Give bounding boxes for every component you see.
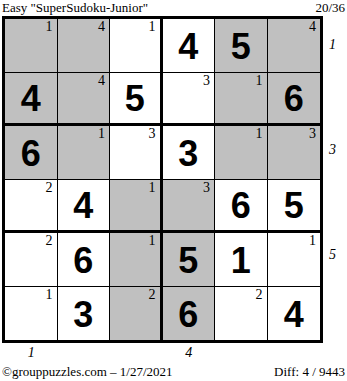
cell-r3c3[interactable]: 3 xyxy=(110,126,163,180)
cell-r2c5[interactable]: 1 xyxy=(215,73,268,127)
corner-mark: 1 xyxy=(149,233,156,248)
cell-r2c6[interactable]: 6 xyxy=(268,73,321,127)
cell-r5c3[interactable]: 1 xyxy=(110,233,163,287)
cell-r1c4[interactable]: 4 xyxy=(163,19,216,73)
given-digit: 5 xyxy=(284,188,304,224)
given-digit: 3 xyxy=(73,297,93,333)
puzzle-counter: 20/36 xyxy=(315,1,345,15)
footer-difficulty: Diff: 4 / 9443 xyxy=(274,365,345,379)
cell-r4c6[interactable]: 5 xyxy=(268,180,321,234)
cell-r1c5[interactable]: 5 xyxy=(215,19,268,73)
corner-mark: 2 xyxy=(46,233,53,248)
cell-r4c2[interactable]: 4 xyxy=(58,180,111,234)
row-label-3: 3 xyxy=(329,142,345,158)
corner-mark: 1 xyxy=(98,126,105,141)
cell-r6c2[interactable]: 3 xyxy=(58,287,111,341)
corner-mark: 3 xyxy=(203,73,210,88)
corner-mark: 4 xyxy=(98,19,105,34)
cell-r2c4[interactable]: 3 xyxy=(163,73,216,127)
given-digit: 6 xyxy=(73,243,93,279)
cell-r4c5[interactable]: 6 xyxy=(215,180,268,234)
corner-mark: 1 xyxy=(149,19,156,34)
cell-r5c6[interactable]: 1 xyxy=(268,233,321,287)
cell-r6c1[interactable]: 1 xyxy=(5,287,58,341)
corner-mark: 2 xyxy=(149,287,156,302)
cell-r5c4[interactable]: 5 xyxy=(163,233,216,287)
cell-r6c4[interactable]: 6 xyxy=(163,287,216,341)
footer: ©grouppuzzles.com – 1/27/2021 Diff: 4 / … xyxy=(2,365,345,379)
corner-mark: 1 xyxy=(149,180,156,195)
page-title: Easy "SuperSudoku-Junior" xyxy=(2,1,148,15)
corner-mark: 1 xyxy=(46,287,53,302)
given-digit: 5 xyxy=(231,29,251,65)
corner-mark: 1 xyxy=(256,73,263,88)
corner-mark: 2 xyxy=(256,287,263,302)
corner-mark: 1 xyxy=(256,126,263,141)
cell-r4c3[interactable]: 1 xyxy=(110,180,163,234)
given-digit: 5 xyxy=(178,243,198,279)
given-digit: 6 xyxy=(231,188,251,224)
cell-r5c1[interactable]: 2 xyxy=(5,233,58,287)
given-digit: 3 xyxy=(178,136,198,172)
puzzle-page: Easy "SuperSudoku-Junior" 20/36 14145444… xyxy=(0,0,347,381)
given-digit: 6 xyxy=(21,136,41,172)
corner-mark: 3 xyxy=(203,180,210,195)
cell-r6c3[interactable]: 2 xyxy=(110,287,163,341)
cell-r1c6[interactable]: 4 xyxy=(268,19,321,73)
cell-r1c1[interactable]: 1 xyxy=(5,19,58,73)
cell-r4c4[interactable]: 3 xyxy=(163,180,216,234)
given-digit: 1 xyxy=(231,243,251,279)
given-digit: 4 xyxy=(73,188,93,224)
cell-r2c1[interactable]: 4 xyxy=(5,73,58,127)
cell-r3c6[interactable]: 3 xyxy=(268,126,321,180)
cell-r2c3[interactable]: 5 xyxy=(110,73,163,127)
corner-mark: 1 xyxy=(309,233,316,248)
cell-r5c2[interactable]: 6 xyxy=(58,233,111,287)
header: Easy "SuperSudoku-Junior" 20/36 xyxy=(2,1,345,15)
cell-r5c5[interactable]: 1 xyxy=(215,233,268,287)
row-label-5: 5 xyxy=(329,247,345,263)
row-label-1: 1 xyxy=(329,37,345,53)
col-label-1: 1 xyxy=(25,345,37,361)
corner-mark: 4 xyxy=(309,19,316,34)
corner-mark: 1 xyxy=(46,19,53,34)
cell-r3c5[interactable]: 1 xyxy=(215,126,268,180)
given-digit: 6 xyxy=(284,81,304,117)
corner-mark: 4 xyxy=(98,73,105,88)
given-digit: 5 xyxy=(125,81,145,117)
given-digit: 6 xyxy=(178,297,198,333)
cell-r4c1[interactable]: 2 xyxy=(5,180,58,234)
cell-r3c1[interactable]: 6 xyxy=(5,126,58,180)
cell-r6c5[interactable]: 2 xyxy=(215,287,268,341)
cell-r6c6[interactable]: 4 xyxy=(268,287,321,341)
cell-r3c2[interactable]: 1 xyxy=(58,126,111,180)
footer-copyright: ©grouppuzzles.com – 1/27/2021 xyxy=(2,365,173,379)
cell-r1c3[interactable]: 1 xyxy=(110,19,163,73)
given-digit: 4 xyxy=(178,29,198,65)
cell-r1c2[interactable]: 4 xyxy=(58,19,111,73)
corner-mark: 2 xyxy=(46,180,53,195)
corner-mark: 3 xyxy=(149,126,156,141)
cell-r3c4[interactable]: 3 xyxy=(163,126,216,180)
corner-mark: 3 xyxy=(309,126,316,141)
sudoku-grid: 141454445316613313241365261511132624 xyxy=(2,16,323,343)
cell-r2c2[interactable]: 4 xyxy=(58,73,111,127)
col-label-4: 4 xyxy=(183,345,195,361)
given-digit: 4 xyxy=(21,81,41,117)
given-digit: 4 xyxy=(284,297,304,333)
